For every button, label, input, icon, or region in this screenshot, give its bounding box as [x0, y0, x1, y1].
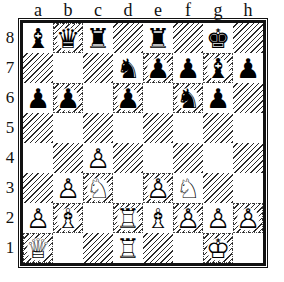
square-d7[interactable]: ♞ — [113, 53, 143, 83]
square-g3[interactable] — [203, 173, 233, 203]
piece-white-bishop-e2: ♗ — [146, 205, 170, 232]
piece-black-pawn-a6: ♟ — [26, 85, 50, 112]
square-c1[interactable] — [83, 233, 113, 263]
square-f8[interactable] — [173, 23, 203, 53]
piece-black-bishop-a8: ♝ — [26, 25, 50, 52]
piece-black-knight-f6: ♞ — [176, 85, 200, 112]
square-e3[interactable]: ♙ — [143, 173, 173, 203]
square-d3[interactable] — [113, 173, 143, 203]
piece-black-pawn-f7: ♟ — [176, 55, 200, 82]
square-c6[interactable] — [83, 83, 113, 113]
square-g1[interactable]: ♔ — [203, 233, 233, 263]
file-label-g: g — [214, 0, 223, 21]
square-b7[interactable] — [53, 53, 83, 83]
piece-black-rook-e8: ♜ — [146, 25, 170, 52]
piece-black-rook-c8: ♜ — [86, 25, 110, 52]
square-e2[interactable]: ♗ — [143, 203, 173, 233]
rank-label-7: 7 — [6, 58, 15, 78]
square-h3[interactable] — [233, 173, 263, 203]
square-g6[interactable]: ♟ — [203, 83, 233, 113]
piece-black-pawn-h7: ♟ — [236, 55, 260, 82]
piece-black-knight-d7: ♞ — [116, 55, 140, 82]
square-f4[interactable] — [173, 143, 203, 173]
square-d1[interactable]: ♖ — [113, 233, 143, 263]
piece-white-pawn-c4: ♙ — [86, 145, 110, 172]
square-c8[interactable]: ♜ — [83, 23, 113, 53]
file-label-a: a — [34, 0, 42, 21]
file-label-e: e — [154, 0, 162, 21]
square-a6[interactable]: ♟ — [23, 83, 53, 113]
square-c2[interactable] — [83, 203, 113, 233]
square-a3[interactable] — [23, 173, 53, 203]
piece-black-pawn-b6: ♟ — [56, 85, 80, 112]
piece-white-knight-f3: ♘ — [176, 175, 200, 202]
square-c5[interactable] — [83, 113, 113, 143]
piece-black-pawn-d6: ♟ — [116, 85, 140, 112]
piece-white-rook-d2: ♖ — [116, 205, 140, 232]
square-g4[interactable] — [203, 143, 233, 173]
square-g7[interactable]: ♝ — [203, 53, 233, 83]
square-f7[interactable]: ♟ — [173, 53, 203, 83]
piece-black-pawn-e7: ♟ — [146, 55, 170, 82]
square-d6[interactable]: ♟ — [113, 83, 143, 113]
piece-black-bishop-g7: ♝ — [206, 55, 230, 82]
rank-label-6: 6 — [6, 88, 15, 108]
square-a1[interactable]: ♕ — [23, 233, 53, 263]
square-e4[interactable] — [143, 143, 173, 173]
square-d5[interactable] — [113, 113, 143, 143]
rank-label-1: 1 — [6, 238, 15, 258]
square-b3[interactable]: ♙ — [53, 173, 83, 203]
square-d8[interactable] — [113, 23, 143, 53]
square-d2[interactable]: ♖ — [113, 203, 143, 233]
square-f3[interactable]: ♘ — [173, 173, 203, 203]
square-d4[interactable] — [113, 143, 143, 173]
square-c3[interactable]: ♘ — [83, 173, 113, 203]
square-a8[interactable]: ♝ — [23, 23, 53, 53]
square-e6[interactable] — [143, 83, 173, 113]
chess-board: ♝♛♜♜♚♞♟♟♝♟♟♟♟♞♟♙♙♘♙♘♙♗♖♗♙♙♙♕♖♔ — [20, 20, 266, 266]
piece-white-bishop-b2: ♗ — [56, 205, 80, 232]
square-e1[interactable] — [143, 233, 173, 263]
square-b4[interactable] — [53, 143, 83, 173]
square-a7[interactable] — [23, 53, 53, 83]
square-a4[interactable] — [23, 143, 53, 173]
square-g5[interactable] — [203, 113, 233, 143]
piece-white-pawn-f2: ♙ — [176, 205, 200, 232]
square-e8[interactable]: ♜ — [143, 23, 173, 53]
piece-white-pawn-b3: ♙ — [56, 175, 80, 202]
piece-white-knight-c3: ♘ — [86, 175, 110, 202]
square-f5[interactable] — [173, 113, 203, 143]
rank-label-2: 2 — [6, 208, 15, 228]
piece-white-king-g1: ♔ — [206, 235, 230, 262]
file-label-d: d — [124, 0, 133, 21]
square-c7[interactable] — [83, 53, 113, 83]
piece-white-pawn-g2: ♙ — [206, 205, 230, 232]
square-b2[interactable]: ♗ — [53, 203, 83, 233]
piece-black-king-g8: ♚ — [206, 25, 230, 52]
file-label-c: c — [94, 0, 102, 21]
piece-white-pawn-h2: ♙ — [236, 205, 260, 232]
square-b8[interactable]: ♛ — [53, 23, 83, 53]
square-f2[interactable]: ♙ — [173, 203, 203, 233]
square-b6[interactable]: ♟ — [53, 83, 83, 113]
rank-label-3: 3 — [6, 178, 15, 198]
square-f1[interactable] — [173, 233, 203, 263]
square-h2[interactable]: ♙ — [233, 203, 263, 233]
rank-label-4: 4 — [6, 148, 15, 168]
piece-white-pawn-e3: ♙ — [146, 175, 170, 202]
square-e7[interactable]: ♟ — [143, 53, 173, 83]
square-c4[interactable]: ♙ — [83, 143, 113, 173]
square-a5[interactable] — [23, 113, 53, 143]
square-e5[interactable] — [143, 113, 173, 143]
square-h6[interactable] — [233, 83, 263, 113]
piece-white-pawn-a2: ♙ — [26, 205, 50, 232]
square-f6[interactable]: ♞ — [173, 83, 203, 113]
piece-black-pawn-g6: ♟ — [206, 85, 230, 112]
file-label-h: h — [244, 0, 253, 21]
rank-label-5: 5 — [6, 118, 15, 138]
rank-labels: 87654321 — [0, 23, 20, 266]
square-h7[interactable]: ♟ — [233, 53, 263, 83]
file-label-b: b — [64, 0, 73, 21]
square-h4[interactable] — [233, 143, 263, 173]
file-labels: abcdefgh — [23, 0, 284, 20]
square-b5[interactable] — [53, 113, 83, 143]
square-a2[interactable]: ♙ — [23, 203, 53, 233]
square-h5[interactable] — [233, 113, 263, 143]
square-h8[interactable] — [233, 23, 263, 53]
chess-diagram: abcdefgh 87654321 ♝♛♜♜♚♞♟♟♝♟♟♟♟♞♟♙♙♘♙♘♙♗… — [0, 0, 284, 282]
rank-label-8: 8 — [6, 28, 15, 48]
square-h1[interactable] — [233, 233, 263, 263]
piece-white-queen-a1: ♕ — [26, 235, 50, 262]
square-b1[interactable] — [53, 233, 83, 263]
square-g2[interactable]: ♙ — [203, 203, 233, 233]
square-g8[interactable]: ♚ — [203, 23, 233, 53]
piece-white-rook-d1: ♖ — [116, 235, 140, 262]
piece-black-queen-b8: ♛ — [56, 25, 80, 52]
file-label-f: f — [185, 0, 191, 21]
